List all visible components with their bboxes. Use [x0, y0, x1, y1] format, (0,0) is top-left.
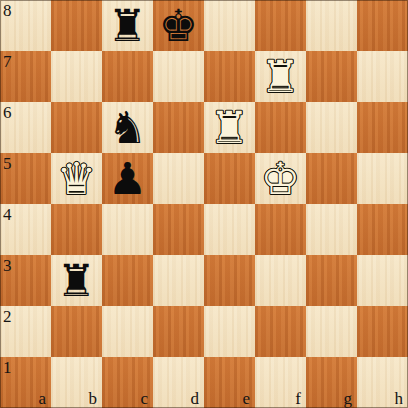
chess-board: 8♜♚7♜6♞♜5♛♟♚43♜21abcdefgh [0, 0, 408, 408]
rank-label-7: 7 [3, 53, 12, 70]
square-a4[interactable]: 4 [0, 204, 51, 255]
black-rook-c8[interactable]: ♜ [108, 0, 147, 51]
square-e5[interactable] [204, 153, 255, 204]
rank-label-2: 2 [3, 308, 12, 325]
square-f2[interactable] [255, 306, 306, 357]
file-label-a: a [38, 390, 46, 407]
rank-label-3: 3 [3, 257, 12, 274]
white-rook-e6[interactable]: ♜ [210, 102, 249, 153]
file-label-g: g [344, 390, 353, 407]
square-b1[interactable]: b [51, 357, 102, 408]
square-g5[interactable] [306, 153, 357, 204]
square-g1[interactable]: g [306, 357, 357, 408]
square-h1[interactable]: h [357, 357, 408, 408]
square-c7[interactable] [102, 51, 153, 102]
black-pawn-c5[interactable]: ♟ [108, 153, 147, 204]
square-h8[interactable] [357, 0, 408, 51]
square-g4[interactable] [306, 204, 357, 255]
square-e2[interactable] [204, 306, 255, 357]
square-b2[interactable] [51, 306, 102, 357]
square-b8[interactable] [51, 0, 102, 51]
square-c1[interactable]: c [102, 357, 153, 408]
white-rook-f7[interactable]: ♜ [261, 51, 300, 102]
white-queen-b5[interactable]: ♛ [57, 153, 96, 204]
square-h4[interactable] [357, 204, 408, 255]
square-h5[interactable] [357, 153, 408, 204]
file-label-e: e [242, 390, 250, 407]
square-f6[interactable] [255, 102, 306, 153]
file-label-c: c [140, 390, 148, 407]
square-d6[interactable] [153, 102, 204, 153]
square-c4[interactable] [102, 204, 153, 255]
file-label-f: f [295, 390, 301, 407]
square-e7[interactable] [204, 51, 255, 102]
square-d5[interactable] [153, 153, 204, 204]
square-d4[interactable] [153, 204, 204, 255]
rank-label-4: 4 [3, 206, 12, 223]
square-g7[interactable] [306, 51, 357, 102]
square-a7[interactable]: 7 [0, 51, 51, 102]
square-e4[interactable] [204, 204, 255, 255]
square-h7[interactable] [357, 51, 408, 102]
square-c6[interactable]: ♞ [102, 102, 153, 153]
square-c8[interactable]: ♜ [102, 0, 153, 51]
square-c2[interactable] [102, 306, 153, 357]
file-label-h: h [395, 390, 404, 407]
square-e6[interactable]: ♜ [204, 102, 255, 153]
black-rook-b3[interactable]: ♜ [57, 255, 96, 306]
square-a3[interactable]: 3 [0, 255, 51, 306]
square-a5[interactable]: 5 [0, 153, 51, 204]
square-g8[interactable] [306, 0, 357, 51]
square-d3[interactable] [153, 255, 204, 306]
square-e8[interactable] [204, 0, 255, 51]
square-d2[interactable] [153, 306, 204, 357]
black-king-d8[interactable]: ♚ [159, 0, 198, 51]
square-f8[interactable] [255, 0, 306, 51]
file-label-b: b [89, 390, 98, 407]
square-b7[interactable] [51, 51, 102, 102]
square-e3[interactable] [204, 255, 255, 306]
square-g6[interactable] [306, 102, 357, 153]
black-knight-c6[interactable]: ♞ [108, 102, 147, 153]
square-g2[interactable] [306, 306, 357, 357]
square-a8[interactable]: 8 [0, 0, 51, 51]
square-f7[interactable]: ♜ [255, 51, 306, 102]
square-b5[interactable]: ♛ [51, 153, 102, 204]
rank-label-1: 1 [3, 359, 12, 376]
square-c5[interactable]: ♟ [102, 153, 153, 204]
rank-label-5: 5 [3, 155, 12, 172]
square-d7[interactable] [153, 51, 204, 102]
square-f5[interactable]: ♚ [255, 153, 306, 204]
square-b6[interactable] [51, 102, 102, 153]
square-h6[interactable] [357, 102, 408, 153]
rank-label-8: 8 [3, 2, 12, 19]
square-b3[interactable]: ♜ [51, 255, 102, 306]
square-f1[interactable]: f [255, 357, 306, 408]
file-label-d: d [191, 390, 200, 407]
square-a2[interactable]: 2 [0, 306, 51, 357]
rank-label-6: 6 [3, 104, 12, 121]
square-d8[interactable]: ♚ [153, 0, 204, 51]
square-h2[interactable] [357, 306, 408, 357]
square-d1[interactable]: d [153, 357, 204, 408]
white-king-f5[interactable]: ♚ [261, 153, 300, 204]
square-b4[interactable] [51, 204, 102, 255]
square-e1[interactable]: e [204, 357, 255, 408]
square-a1[interactable]: 1a [0, 357, 51, 408]
square-a6[interactable]: 6 [0, 102, 51, 153]
square-c3[interactable] [102, 255, 153, 306]
square-f4[interactable] [255, 204, 306, 255]
square-f3[interactable] [255, 255, 306, 306]
square-h3[interactable] [357, 255, 408, 306]
square-g3[interactable] [306, 255, 357, 306]
